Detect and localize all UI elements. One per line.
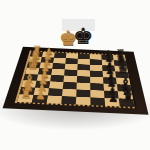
square-r4-c3	[63, 76, 77, 83]
square-r2-c4	[77, 64, 90, 70]
square-r7-c7: ♜	[119, 99, 135, 107]
board-inlay-border: ♜♟♟♜♞♟♟♞♝♟♟♝♛♟♟♛♟♟♝♟♟♝♞♟♟♞♜♟♟♜	[15, 51, 137, 109]
square-r7-c5	[90, 97, 105, 105]
square-r7-c6: ♟	[105, 98, 120, 106]
chess-board: ♜♟♟♜♞♟♟♞♝♟♟♝♛♟♟♛♟♟♝♟♟♝♞♟♟♞♜♟♟♜	[17, 51, 134, 107]
black-rook-piece: ♜	[121, 92, 133, 105]
white-pawn-piece: ♟	[35, 90, 46, 102]
square-r3-c5	[90, 71, 103, 78]
black-pawn-piece: ♟	[107, 93, 118, 105]
square-r3-c4	[77, 70, 90, 77]
square-r7-c3	[61, 96, 76, 104]
square-r7-c1: ♟	[32, 95, 48, 103]
white-rook-piece: ♜	[19, 87, 31, 100]
square-r7-c4	[76, 97, 91, 105]
square-r5-c3	[63, 82, 77, 89]
chessboard-perspective-wrapper: ♜♟♟♜♞♟♟♞♝♟♟♝♛♟♟♛♟♟♝♟♟♝♞♟♟♞♜♟♟♜	[0, 0, 150, 150]
square-r4-c2	[50, 75, 64, 82]
board-frame: ♜♟♟♜♞♟♟♞♝♟♟♝♛♟♟♛♟♟♝♟♟♝♞♟♟♞♜♟♟♜	[3, 47, 149, 115]
square-r7-c2	[47, 95, 62, 103]
